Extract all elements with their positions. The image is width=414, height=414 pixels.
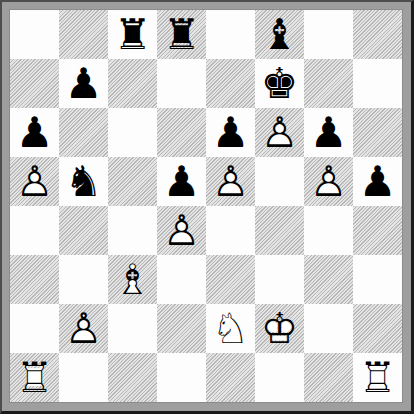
piece-black-pawn: ♟ bbox=[206, 108, 255, 157]
square-f8[interactable]: ♝ bbox=[255, 10, 304, 59]
square-b7[interactable]: ♟ bbox=[59, 59, 108, 108]
square-h1[interactable]: ♜♖ bbox=[353, 353, 402, 402]
square-b3[interactable] bbox=[59, 255, 108, 304]
square-d4[interactable]: ♟♙ bbox=[157, 206, 206, 255]
piece-black-pawn: ♟ bbox=[157, 157, 206, 206]
piece-white-pawn: ♟♙ bbox=[157, 206, 206, 255]
piece-glyph: ♔ bbox=[255, 304, 304, 353]
square-e7[interactable] bbox=[206, 59, 255, 108]
square-c1[interactable] bbox=[108, 353, 157, 402]
piece-black-bishop: ♝ bbox=[255, 10, 304, 59]
square-c4[interactable] bbox=[108, 206, 157, 255]
square-a3[interactable] bbox=[10, 255, 59, 304]
piece-glyph: ♘ bbox=[206, 304, 255, 353]
square-f2[interactable]: ♚♔ bbox=[255, 304, 304, 353]
piece-black-pawn: ♟ bbox=[59, 59, 108, 108]
square-f1[interactable] bbox=[255, 353, 304, 402]
square-g3[interactable] bbox=[304, 255, 353, 304]
square-h5[interactable]: ♟ bbox=[353, 157, 402, 206]
square-g2[interactable] bbox=[304, 304, 353, 353]
piece-glyph: ♙ bbox=[304, 157, 353, 206]
square-a2[interactable] bbox=[10, 304, 59, 353]
square-a1[interactable]: ♜♖ bbox=[10, 353, 59, 402]
piece-black-rook: ♜ bbox=[157, 10, 206, 59]
square-b4[interactable] bbox=[59, 206, 108, 255]
piece-white-king: ♚♔ bbox=[255, 304, 304, 353]
piece-glyph: ♟ bbox=[59, 59, 108, 108]
square-f6[interactable]: ♟♙ bbox=[255, 108, 304, 157]
square-c7[interactable] bbox=[108, 59, 157, 108]
piece-white-pawn: ♟♙ bbox=[304, 157, 353, 206]
square-b5[interactable]: ♞ bbox=[59, 157, 108, 206]
piece-black-rook: ♜ bbox=[108, 10, 157, 59]
chess-board: ♜♜♝♟♚♟♟♟♙♟♟♙♞♟♟♙♟♙♟♟♙♝♗♟♙♞♘♚♔♜♖♜♖ bbox=[10, 10, 402, 402]
square-g1[interactable] bbox=[304, 353, 353, 402]
square-h3[interactable] bbox=[353, 255, 402, 304]
piece-glyph: ♖ bbox=[353, 353, 402, 402]
piece-glyph: ♟ bbox=[206, 108, 255, 157]
square-e1[interactable] bbox=[206, 353, 255, 402]
square-b6[interactable] bbox=[59, 108, 108, 157]
square-d3[interactable] bbox=[157, 255, 206, 304]
piece-glyph: ♙ bbox=[10, 157, 59, 206]
square-d6[interactable] bbox=[157, 108, 206, 157]
piece-glyph: ♟ bbox=[304, 108, 353, 157]
piece-glyph: ♟ bbox=[10, 108, 59, 157]
piece-glyph: ♙ bbox=[59, 304, 108, 353]
square-c3[interactable]: ♝♗ bbox=[108, 255, 157, 304]
square-g8[interactable] bbox=[304, 10, 353, 59]
square-c5[interactable] bbox=[108, 157, 157, 206]
piece-glyph: ♗ bbox=[108, 255, 157, 304]
piece-glyph: ♙ bbox=[206, 157, 255, 206]
square-d8[interactable]: ♜ bbox=[157, 10, 206, 59]
square-h6[interactable] bbox=[353, 108, 402, 157]
square-f4[interactable] bbox=[255, 206, 304, 255]
piece-black-pawn: ♟ bbox=[10, 108, 59, 157]
piece-white-pawn: ♟♙ bbox=[255, 108, 304, 157]
piece-white-pawn: ♟♙ bbox=[59, 304, 108, 353]
piece-glyph: ♝ bbox=[255, 10, 304, 59]
square-h2[interactable] bbox=[353, 304, 402, 353]
piece-glyph: ♖ bbox=[10, 353, 59, 402]
piece-white-rook: ♜♖ bbox=[10, 353, 59, 402]
piece-white-pawn: ♟♙ bbox=[206, 157, 255, 206]
square-e3[interactable] bbox=[206, 255, 255, 304]
square-e2[interactable]: ♞♘ bbox=[206, 304, 255, 353]
square-b1[interactable] bbox=[59, 353, 108, 402]
square-g4[interactable] bbox=[304, 206, 353, 255]
square-e4[interactable] bbox=[206, 206, 255, 255]
piece-white-rook: ♜♖ bbox=[353, 353, 402, 402]
square-a8[interactable] bbox=[10, 10, 59, 59]
piece-glyph: ♙ bbox=[157, 206, 206, 255]
square-f7[interactable]: ♚ bbox=[255, 59, 304, 108]
piece-black-pawn: ♟ bbox=[353, 157, 402, 206]
piece-white-bishop: ♝♗ bbox=[108, 255, 157, 304]
piece-white-pawn: ♟♙ bbox=[10, 157, 59, 206]
square-h7[interactable] bbox=[353, 59, 402, 108]
piece-white-knight: ♞♘ bbox=[206, 304, 255, 353]
square-c6[interactable] bbox=[108, 108, 157, 157]
piece-glyph: ♟ bbox=[157, 157, 206, 206]
square-b2[interactable]: ♟♙ bbox=[59, 304, 108, 353]
square-d7[interactable] bbox=[157, 59, 206, 108]
piece-glyph: ♜ bbox=[157, 10, 206, 59]
square-e5[interactable]: ♟♙ bbox=[206, 157, 255, 206]
piece-black-pawn: ♟ bbox=[304, 108, 353, 157]
square-a4[interactable] bbox=[10, 206, 59, 255]
board-frame: ♜♜♝♟♚♟♟♟♙♟♟♙♞♟♟♙♟♙♟♟♙♝♗♟♙♞♘♚♔♜♖♜♖ bbox=[0, 0, 414, 414]
square-b8[interactable] bbox=[59, 10, 108, 59]
square-d1[interactable] bbox=[157, 353, 206, 402]
square-f5[interactable] bbox=[255, 157, 304, 206]
square-d5[interactable]: ♟ bbox=[157, 157, 206, 206]
piece-glyph: ♟ bbox=[353, 157, 402, 206]
square-c8[interactable]: ♜ bbox=[108, 10, 157, 59]
square-d2[interactable] bbox=[157, 304, 206, 353]
square-a6[interactable]: ♟ bbox=[10, 108, 59, 157]
square-a5[interactable]: ♟♙ bbox=[10, 157, 59, 206]
square-c2[interactable] bbox=[108, 304, 157, 353]
piece-black-king: ♚ bbox=[255, 59, 304, 108]
piece-glyph: ♜ bbox=[108, 10, 157, 59]
square-f3[interactable] bbox=[255, 255, 304, 304]
piece-glyph: ♙ bbox=[255, 108, 304, 157]
square-g5[interactable]: ♟♙ bbox=[304, 157, 353, 206]
piece-glyph: ♚ bbox=[255, 59, 304, 108]
square-g7[interactable] bbox=[304, 59, 353, 108]
square-e8[interactable] bbox=[206, 10, 255, 59]
square-g6[interactable]: ♟ bbox=[304, 108, 353, 157]
square-h4[interactable] bbox=[353, 206, 402, 255]
square-a7[interactable] bbox=[10, 59, 59, 108]
piece-glyph: ♞ bbox=[59, 157, 108, 206]
square-h8[interactable] bbox=[353, 10, 402, 59]
piece-black-knight: ♞ bbox=[59, 157, 108, 206]
square-e6[interactable]: ♟ bbox=[206, 108, 255, 157]
